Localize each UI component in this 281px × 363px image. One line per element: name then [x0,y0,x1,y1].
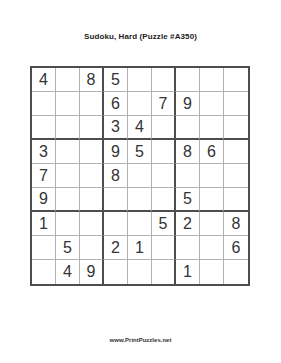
cell-r2c5[interactable] [128,92,152,116]
cell-r3c7[interactable] [176,116,200,140]
cell-r4c9[interactable] [224,140,248,164]
cell-r7c3[interactable] [80,212,104,236]
cell-r2c1[interactable] [32,92,56,116]
cell-r2c7[interactable]: 9 [176,92,200,116]
cell-r5c5[interactable] [128,164,152,188]
cell-r6c1[interactable]: 9 [32,188,56,212]
cell-r1c6[interactable] [152,68,176,92]
cell-r1c3[interactable]: 8 [80,68,104,92]
cell-r2c6[interactable]: 7 [152,92,176,116]
cell-r3c5[interactable]: 4 [128,116,152,140]
cell-r6c6[interactable] [152,188,176,212]
cell-r5c2[interactable] [56,164,80,188]
cell-r4c3[interactable] [80,140,104,164]
cell-r9c6[interactable] [152,260,176,284]
cell-r8c7[interactable] [176,236,200,260]
cell-r4c1[interactable]: 3 [32,140,56,164]
cell-r3c1[interactable] [32,116,56,140]
footer-url: www.PrintPuzzles.net [0,337,281,343]
cell-r3c9[interactable] [224,116,248,140]
cell-r3c3[interactable] [80,116,104,140]
cell-r7c2[interactable] [56,212,80,236]
cell-r1c4[interactable]: 5 [104,68,128,92]
cell-r5c8[interactable] [200,164,224,188]
cell-r4c5[interactable]: 5 [128,140,152,164]
cell-r4c4[interactable]: 9 [104,140,128,164]
cell-r4c2[interactable] [56,140,80,164]
cell-r5c4[interactable]: 8 [104,164,128,188]
cell-r7c4[interactable] [104,212,128,236]
cell-r7c7[interactable]: 2 [176,212,200,236]
cell-r2c9[interactable] [224,92,248,116]
cell-r9c7[interactable]: 1 [176,260,200,284]
cell-r4c7[interactable]: 8 [176,140,200,164]
cell-r8c1[interactable] [32,236,56,260]
cell-r9c8[interactable] [200,260,224,284]
cell-r7c5[interactable] [128,212,152,236]
cell-r2c3[interactable] [80,92,104,116]
cell-r8c9[interactable]: 6 [224,236,248,260]
cell-r6c4[interactable] [104,188,128,212]
cell-r7c1[interactable]: 1 [32,212,56,236]
cell-r2c4[interactable]: 6 [104,92,128,116]
cell-r6c8[interactable] [200,188,224,212]
cell-r8c3[interactable] [80,236,104,260]
cell-r2c2[interactable] [56,92,80,116]
cell-r1c7[interactable] [176,68,200,92]
cell-r5c7[interactable] [176,164,200,188]
cell-r8c8[interactable] [200,236,224,260]
cell-r3c2[interactable] [56,116,80,140]
cell-r8c4[interactable]: 2 [104,236,128,260]
cell-r5c1[interactable]: 7 [32,164,56,188]
cell-r4c8[interactable]: 6 [200,140,224,164]
cell-r8c5[interactable]: 1 [128,236,152,260]
cell-r9c9[interactable] [224,260,248,284]
puzzle-title: Sudoku, Hard (Puzzle #A350) [0,32,281,41]
cell-r5c3[interactable] [80,164,104,188]
cell-r3c4[interactable]: 3 [104,116,128,140]
cell-r7c9[interactable]: 8 [224,212,248,236]
cell-r3c6[interactable] [152,116,176,140]
cell-r3c8[interactable] [200,116,224,140]
cell-r1c1[interactable]: 4 [32,68,56,92]
cell-r6c2[interactable] [56,188,80,212]
sudoku-board: 4856793439586789515285216491 [30,66,250,286]
cell-r5c9[interactable] [224,164,248,188]
cell-r7c8[interactable] [200,212,224,236]
cell-r9c3[interactable]: 9 [80,260,104,284]
cell-r6c3[interactable] [80,188,104,212]
cell-r9c1[interactable] [32,260,56,284]
cell-r8c6[interactable] [152,236,176,260]
cell-r9c4[interactable] [104,260,128,284]
cell-r1c8[interactable] [200,68,224,92]
cell-r8c2[interactable]: 5 [56,236,80,260]
sudoku-page: Sudoku, Hard (Puzzle #A350) 485679343958… [0,0,281,363]
cell-r6c5[interactable] [128,188,152,212]
cell-r6c7[interactable]: 5 [176,188,200,212]
cell-r5c6[interactable] [152,164,176,188]
cell-r1c9[interactable] [224,68,248,92]
cell-r4c6[interactable] [152,140,176,164]
cell-r7c6[interactable]: 5 [152,212,176,236]
cell-r9c2[interactable]: 4 [56,260,80,284]
cell-r2c8[interactable] [200,92,224,116]
cell-r1c2[interactable] [56,68,80,92]
cell-r6c9[interactable] [224,188,248,212]
cell-r9c5[interactable] [128,260,152,284]
cell-r1c5[interactable] [128,68,152,92]
